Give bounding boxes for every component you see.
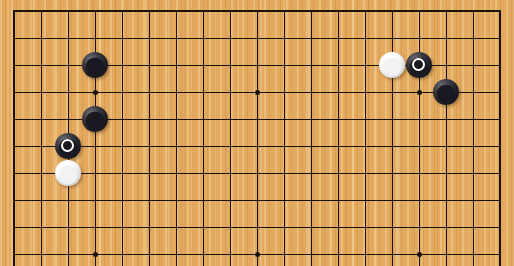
stone-black[interactable]: ● bbox=[433, 79, 459, 105]
stone-black[interactable]: ● bbox=[82, 52, 108, 78]
star-point bbox=[417, 252, 422, 257]
grid-hline bbox=[13, 200, 501, 201]
star-point bbox=[93, 252, 98, 257]
stone-black-marked[interactable]: ● bbox=[406, 52, 432, 78]
stone-white[interactable]: ● bbox=[379, 52, 405, 78]
stone-black[interactable]: ● bbox=[82, 106, 108, 132]
go-board[interactable]: ●●●●●●● bbox=[0, 0, 514, 266]
stone-black-marked[interactable]: ● bbox=[55, 133, 81, 159]
star-point bbox=[255, 252, 260, 257]
stones-layer[interactable]: ●●●●●●● bbox=[1, 0, 514, 187]
circle-mark bbox=[412, 58, 425, 71]
stone-white[interactable]: ● bbox=[55, 160, 81, 186]
circle-mark bbox=[61, 139, 74, 152]
grid-hline bbox=[13, 227, 501, 228]
